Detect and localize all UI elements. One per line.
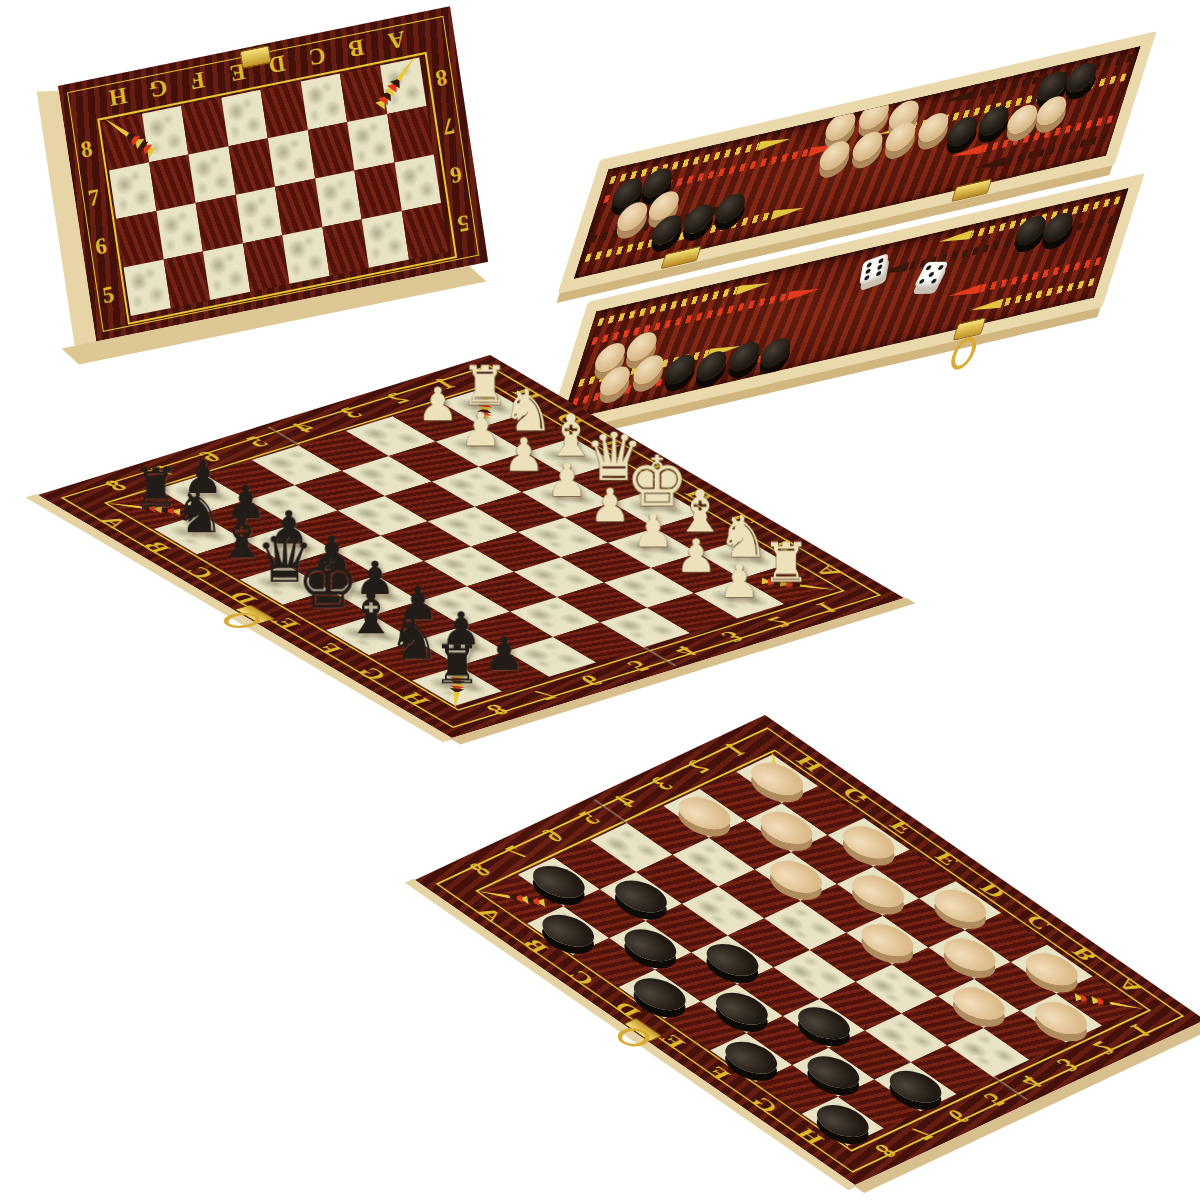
white-pawn: ♟	[719, 558, 760, 604]
white-pawn: ♟	[546, 457, 587, 503]
arrow-head-icon	[947, 284, 982, 301]
coordinate-label: 1	[808, 598, 845, 616]
gold-clasp-ring-icon	[947, 334, 980, 372]
coordinate-label: 2	[1086, 1036, 1122, 1059]
coordinate-label: 6	[573, 671, 610, 689]
coordinate-label: A	[92, 513, 135, 531]
board-square	[260, 82, 307, 139]
white-pawn: ♟	[503, 432, 544, 478]
coordinate-label: 8	[462, 858, 498, 881]
coordinate-label: 8	[434, 63, 449, 91]
coordinate-label: H	[107, 82, 128, 111]
coordinate-label: 7	[526, 686, 563, 704]
board-square	[282, 227, 329, 284]
coordinate-label: 3	[714, 627, 751, 645]
coordinate-label: 2	[761, 613, 798, 631]
coordinate-label: 7	[86, 184, 101, 212]
closed-game-box: HGFEDCBA88776655	[58, 6, 488, 341]
coordinate-label: 5	[572, 807, 608, 830]
coordinate-label: 1	[1122, 1019, 1158, 1042]
die-pip	[865, 268, 871, 274]
coordinate-label: E	[929, 848, 965, 868]
coordinate-label: 4	[286, 418, 323, 436]
black-rook: ♜	[433, 638, 481, 692]
die-pip	[919, 279, 926, 284]
dart-icon	[1110, 1002, 1144, 1011]
product-photo: HGFEDCBA88776655 AH88BG77CF66DE55ED44FC3…	[0, 0, 1200, 1200]
die-pip	[864, 275, 870, 281]
coordinate-label: G	[147, 73, 168, 102]
coordinate-label: 6	[448, 160, 463, 188]
chess-board: AH88BG77CF66DE55ED44FC33GB22HA11♜♞♝♛♚♝♞♜…	[38, 355, 904, 738]
die-pip	[928, 272, 935, 277]
arrow-head-icon	[949, 144, 984, 161]
coordinate-label: 4	[667, 642, 704, 660]
board-square	[387, 106, 434, 163]
die-pip	[877, 264, 883, 270]
board-square	[347, 114, 394, 171]
board-square	[181, 98, 228, 155]
board-square	[188, 146, 235, 203]
coordinate-label: A	[386, 25, 406, 54]
board-square	[163, 251, 210, 308]
coordinate-label: 8	[79, 136, 94, 164]
arrow-head-icon	[969, 298, 1004, 315]
dart-icon	[476, 889, 510, 898]
coordinate-label: 6	[535, 824, 571, 847]
coordinate-label: 2	[380, 389, 417, 407]
wood-backgammon-checker	[822, 109, 860, 144]
board-square	[401, 203, 448, 260]
coordinate-label: 3	[644, 773, 680, 796]
white-pawn: ♟	[460, 406, 501, 452]
coordinate-label: 8	[479, 700, 516, 718]
coordinate-label: 8	[98, 477, 135, 495]
coordinate-label: 4	[1013, 1070, 1049, 1093]
white-pawn: ♟	[589, 482, 630, 528]
arrow-head-icon	[937, 230, 972, 247]
coordinate-label: 8	[867, 1139, 903, 1162]
coordinate-label: 1	[717, 738, 753, 761]
arrow-head-icon	[786, 284, 821, 301]
board-square	[221, 90, 268, 147]
coordinate-label: 5	[239, 433, 276, 451]
die-pip	[878, 257, 884, 263]
white-pawn: ♟	[632, 508, 673, 554]
wood-backgammon-checker	[849, 129, 887, 164]
coordinate-label: B	[347, 33, 366, 62]
coordinate-label: B	[136, 539, 177, 556]
coordinate-label: 6	[94, 233, 109, 261]
coordinate-label: 5	[101, 281, 116, 309]
die-pip	[937, 265, 944, 270]
board-square	[300, 74, 347, 131]
die-pip	[866, 262, 872, 268]
coordinate-label: 4	[608, 790, 644, 813]
coordinate-label: 7	[499, 841, 534, 864]
coordinate-label: C	[306, 41, 326, 70]
white-pawn: ♟	[417, 381, 458, 427]
board-square	[394, 154, 441, 211]
board-square	[268, 130, 315, 187]
die-pip	[930, 278, 937, 283]
coordinate-label: F	[189, 66, 207, 95]
coordinate-label: 7	[904, 1122, 940, 1145]
coordinate-label: A	[807, 562, 850, 580]
board-square	[307, 122, 354, 179]
arrow-head-icon	[972, 156, 1007, 173]
die-pip	[925, 265, 932, 270]
coordinate-label: 3	[333, 404, 370, 422]
board-square	[275, 179, 322, 236]
board-square	[228, 138, 275, 195]
box-side-face	[37, 91, 98, 352]
coordinate-label: 5	[620, 656, 657, 674]
board-square	[315, 171, 362, 228]
coordinate-label: F	[308, 640, 348, 656]
board-square	[235, 187, 282, 244]
board-square	[156, 203, 203, 260]
coordinate-label: F	[884, 817, 919, 837]
coordinate-label: C	[178, 564, 221, 582]
coordinate-label: 3	[1049, 1053, 1085, 1076]
board-square	[243, 235, 290, 292]
coordinate-label: B	[1067, 943, 1103, 963]
coordinate-label: 6	[940, 1105, 976, 1128]
coordinate-label: 5	[976, 1088, 1012, 1111]
black-backgammon-checker	[757, 335, 795, 370]
coordinate-label: 2	[681, 756, 717, 779]
coordinate-label: F	[701, 1063, 736, 1083]
board-square	[362, 211, 409, 268]
gold-clasp-icon	[240, 45, 272, 69]
arrow-head-icon	[735, 278, 770, 295]
wood-backgammon-checker	[816, 138, 854, 173]
white-rook: ♜	[762, 536, 810, 590]
die-pip	[876, 271, 882, 277]
board-square	[196, 195, 243, 252]
coordinate-label: H	[393, 690, 437, 708]
board-square	[149, 154, 196, 211]
coordinate-label: B	[517, 936, 553, 956]
board-square	[116, 211, 163, 268]
white-pawn: ♟	[676, 533, 717, 579]
board-square	[322, 219, 369, 276]
arrow-head-icon	[757, 134, 792, 151]
board-square	[354, 163, 401, 220]
board-square	[124, 260, 171, 317]
coordinate-label: G	[350, 665, 394, 683]
checkers-board: AH88BG77CF66DE55ED44FC33GB22HA11	[415, 715, 1200, 1185]
arrow-head-icon	[770, 203, 805, 220]
coordinate-label: 7	[441, 112, 456, 140]
die-showing-6	[859, 253, 889, 286]
board-square	[109, 162, 156, 219]
black-pawn: ♟	[484, 631, 525, 677]
arrow-head-icon	[940, 90, 975, 107]
board-square	[203, 243, 250, 300]
black-backgammon-checker	[1063, 60, 1101, 95]
coordinate-label: 5	[456, 209, 471, 237]
wood-backgammon-checker	[882, 120, 920, 155]
